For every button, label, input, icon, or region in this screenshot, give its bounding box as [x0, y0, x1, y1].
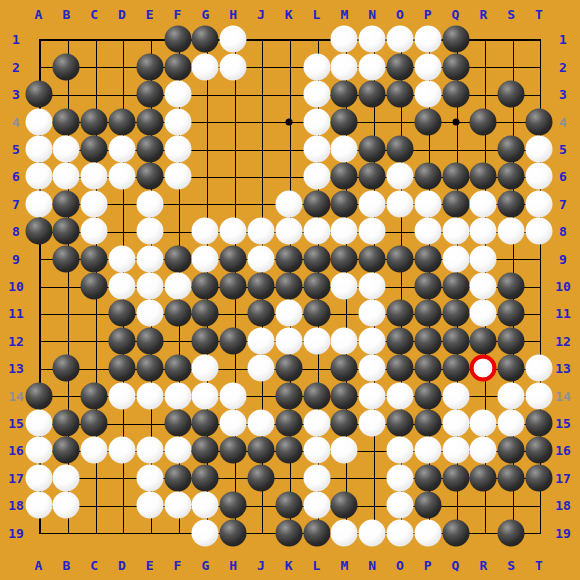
- black-stone-M6: [331, 163, 358, 190]
- row-label-right-11: 11: [555, 307, 571, 320]
- black-stone-S3: [498, 81, 525, 108]
- col-label-bottom-F: F: [174, 559, 182, 572]
- row-label-right-6: 6: [559, 170, 567, 183]
- white-stone-K12: [275, 327, 302, 354]
- col-label-top-C: C: [90, 8, 98, 21]
- black-stone-F2: [164, 53, 191, 80]
- row-label-left-15: 15: [8, 416, 24, 429]
- black-stone-N5: [359, 135, 386, 162]
- black-stone-M14: [331, 382, 358, 409]
- black-stone-T17: [525, 464, 552, 491]
- black-stone-D13: [108, 355, 135, 382]
- white-stone-N15: [359, 409, 386, 436]
- row-label-left-18: 18: [8, 499, 24, 512]
- row-label-left-14: 14: [8, 389, 24, 402]
- black-stone-E2: [136, 53, 163, 80]
- black-stone-O13: [386, 355, 413, 382]
- white-stone-H2: [220, 53, 247, 80]
- white-stone-H8: [220, 218, 247, 245]
- black-stone-K15: [275, 409, 302, 436]
- black-stone-Q2: [442, 53, 469, 80]
- white-stone-D16: [108, 437, 135, 464]
- white-stone-B18: [53, 492, 80, 519]
- black-stone-K16: [275, 437, 302, 464]
- black-stone-H10: [220, 272, 247, 299]
- row-label-right-5: 5: [559, 142, 567, 155]
- black-stone-A8: [25, 218, 52, 245]
- white-stone-L15: [303, 409, 330, 436]
- col-label-top-E: E: [146, 8, 154, 21]
- white-stone-K8: [275, 218, 302, 245]
- black-stone-B15: [53, 409, 80, 436]
- white-stone-J9: [247, 245, 274, 272]
- white-stone-O1: [386, 26, 413, 53]
- white-stone-P19: [414, 519, 441, 546]
- black-stone-O3: [386, 81, 413, 108]
- row-label-left-12: 12: [8, 334, 24, 347]
- white-stone-O14: [386, 382, 413, 409]
- white-stone-R9: [470, 245, 497, 272]
- white-stone-P3: [414, 81, 441, 108]
- white-stone-B17: [53, 464, 80, 491]
- black-stone-J16: [247, 437, 274, 464]
- white-stone-F10: [164, 272, 191, 299]
- white-stone-A4: [25, 108, 52, 135]
- black-stone-C9: [81, 245, 108, 272]
- black-stone-S6: [498, 163, 525, 190]
- black-stone-C4: [81, 108, 108, 135]
- row-label-left-9: 9: [12, 252, 20, 265]
- white-stone-M19: [331, 519, 358, 546]
- black-stone-C15: [81, 409, 108, 436]
- white-stone-N10: [359, 272, 386, 299]
- white-stone-H14: [220, 382, 247, 409]
- row-label-left-17: 17: [8, 471, 24, 484]
- col-label-bottom-T: T: [535, 559, 543, 572]
- black-stone-M9: [331, 245, 358, 272]
- white-stone-D10: [108, 272, 135, 299]
- row-label-right-17: 17: [555, 471, 571, 484]
- row-label-right-18: 18: [555, 499, 571, 512]
- white-stone-T8: [525, 218, 552, 245]
- star-point-Q4: [452, 118, 459, 125]
- black-stone-B8: [53, 218, 80, 245]
- col-label-top-G: G: [201, 8, 209, 21]
- row-label-right-15: 15: [555, 416, 571, 429]
- white-stone-M2: [331, 53, 358, 80]
- white-stone-N8: [359, 218, 386, 245]
- white-stone-T13: [525, 355, 552, 382]
- black-stone-L9: [303, 245, 330, 272]
- black-stone-J10: [247, 272, 274, 299]
- row-label-left-3: 3: [12, 88, 20, 101]
- col-label-top-O: O: [396, 8, 404, 21]
- black-stone-K9: [275, 245, 302, 272]
- black-stone-M13: [331, 355, 358, 382]
- white-stone-H15: [220, 409, 247, 436]
- black-stone-F9: [164, 245, 191, 272]
- white-stone-L8: [303, 218, 330, 245]
- black-stone-K18: [275, 492, 302, 519]
- black-stone-S5: [498, 135, 525, 162]
- black-stone-S11: [498, 300, 525, 327]
- white-stone-E17: [136, 464, 163, 491]
- black-stone-S19: [498, 519, 525, 546]
- white-stone-A15: [25, 409, 52, 436]
- white-stone-E16: [136, 437, 163, 464]
- white-stone-G19: [192, 519, 219, 546]
- white-stone-M16: [331, 437, 358, 464]
- row-label-left-19: 19: [8, 526, 24, 539]
- col-label-top-B: B: [62, 8, 70, 21]
- col-label-top-M: M: [340, 8, 348, 21]
- black-stone-O9: [386, 245, 413, 272]
- black-stone-L10: [303, 272, 330, 299]
- white-stone-E8: [136, 218, 163, 245]
- white-stone-K11: [275, 300, 302, 327]
- white-stone-A7: [25, 190, 52, 217]
- col-label-top-P: P: [424, 8, 432, 21]
- col-label-bottom-K: K: [285, 559, 293, 572]
- black-stone-C10: [81, 272, 108, 299]
- row-label-right-16: 16: [555, 444, 571, 457]
- white-stone-E7: [136, 190, 163, 217]
- col-label-top-J: J: [257, 8, 265, 21]
- white-stone-O19: [386, 519, 413, 546]
- col-label-top-F: F: [174, 8, 182, 21]
- black-stone-N6: [359, 163, 386, 190]
- row-label-left-7: 7: [12, 197, 20, 210]
- black-stone-L7: [303, 190, 330, 217]
- white-stone-K7: [275, 190, 302, 217]
- black-stone-A3: [25, 81, 52, 108]
- black-stone-S13: [498, 355, 525, 382]
- black-stone-K19: [275, 519, 302, 546]
- white-stone-C6: [81, 163, 108, 190]
- white-stone-Q15: [442, 409, 469, 436]
- black-stone-H9: [220, 245, 247, 272]
- black-stone-G17: [192, 464, 219, 491]
- col-label-bottom-P: P: [424, 559, 432, 572]
- white-stone-P2: [414, 53, 441, 80]
- black-stone-L11: [303, 300, 330, 327]
- row-label-right-1: 1: [559, 33, 567, 46]
- col-label-top-N: N: [368, 8, 376, 21]
- white-stone-D5: [108, 135, 135, 162]
- white-stone-D14: [108, 382, 135, 409]
- row-label-right-14: 14: [555, 389, 571, 402]
- white-stone-T7: [525, 190, 552, 217]
- black-stone-Q12: [442, 327, 469, 354]
- white-stone-F4: [164, 108, 191, 135]
- black-stone-G11: [192, 300, 219, 327]
- black-stone-F1: [164, 26, 191, 53]
- black-stone-J17: [247, 464, 274, 491]
- white-stone-J15: [247, 409, 274, 436]
- col-label-top-R: R: [479, 8, 487, 21]
- white-stone-S8: [498, 218, 525, 245]
- white-stone-L3: [303, 81, 330, 108]
- white-stone-A16: [25, 437, 52, 464]
- white-stone-G18: [192, 492, 219, 519]
- row-label-right-10: 10: [555, 279, 571, 292]
- white-stone-P8: [414, 218, 441, 245]
- black-stone-Q13: [442, 355, 469, 382]
- black-stone-N9: [359, 245, 386, 272]
- row-label-left-10: 10: [8, 279, 24, 292]
- black-stone-P18: [414, 492, 441, 519]
- col-label-top-L: L: [313, 8, 321, 21]
- row-label-left-11: 11: [8, 307, 24, 320]
- black-stone-C5: [81, 135, 108, 162]
- black-stone-O12: [386, 327, 413, 354]
- black-stone-F15: [164, 409, 191, 436]
- row-label-right-19: 19: [555, 526, 571, 539]
- white-stone-T5: [525, 135, 552, 162]
- white-stone-M8: [331, 218, 358, 245]
- white-stone-S14: [498, 382, 525, 409]
- black-stone-R4: [470, 108, 497, 135]
- white-stone-L4: [303, 108, 330, 135]
- white-stone-O16: [386, 437, 413, 464]
- black-stone-G16: [192, 437, 219, 464]
- row-label-left-4: 4: [12, 115, 20, 128]
- white-stone-E11: [136, 300, 163, 327]
- white-stone-A6: [25, 163, 52, 190]
- black-stone-T4: [525, 108, 552, 135]
- black-stone-L14: [303, 382, 330, 409]
- row-label-left-13: 13: [8, 362, 24, 375]
- col-label-top-T: T: [535, 8, 543, 21]
- white-stone-L17: [303, 464, 330, 491]
- black-stone-P11: [414, 300, 441, 327]
- white-stone-M10: [331, 272, 358, 299]
- white-stone-L2: [303, 53, 330, 80]
- white-stone-O6: [386, 163, 413, 190]
- col-label-bottom-M: M: [340, 559, 348, 572]
- black-stone-D4: [108, 108, 135, 135]
- row-label-right-3: 3: [559, 88, 567, 101]
- white-stone-N11: [359, 300, 386, 327]
- white-stone-C8: [81, 218, 108, 245]
- white-stone-P1: [414, 26, 441, 53]
- black-stone-R17: [470, 464, 497, 491]
- white-stone-R11: [470, 300, 497, 327]
- black-stone-H19: [220, 519, 247, 546]
- white-stone-D9: [108, 245, 135, 272]
- col-label-bottom-Q: Q: [452, 559, 460, 572]
- col-label-bottom-J: J: [257, 559, 265, 572]
- black-stone-F17: [164, 464, 191, 491]
- row-label-right-13: 13: [555, 362, 571, 375]
- col-label-top-Q: Q: [452, 8, 460, 21]
- white-stone-G14: [192, 382, 219, 409]
- black-stone-P12: [414, 327, 441, 354]
- white-stone-B5: [53, 135, 80, 162]
- white-stone-R7: [470, 190, 497, 217]
- white-stone-E18: [136, 492, 163, 519]
- row-label-right-2: 2: [559, 60, 567, 73]
- white-stone-F18: [164, 492, 191, 519]
- col-label-bottom-H: H: [229, 559, 237, 572]
- col-label-top-S: S: [507, 8, 515, 21]
- col-label-bottom-R: R: [479, 559, 487, 572]
- white-stone-F14: [164, 382, 191, 409]
- row-label-right-9: 9: [559, 252, 567, 265]
- black-stone-T16: [525, 437, 552, 464]
- black-stone-P10: [414, 272, 441, 299]
- black-stone-N3: [359, 81, 386, 108]
- white-stone-J8: [247, 218, 274, 245]
- row-label-left-8: 8: [12, 225, 20, 238]
- go-board[interactable]: ABCDEFGHJKLMNOPQRST ABCDEFGHJKLMNOPQRST …: [0, 0, 580, 580]
- black-stone-K10: [275, 272, 302, 299]
- white-stone-R15: [470, 409, 497, 436]
- black-stone-F11: [164, 300, 191, 327]
- black-stone-O2: [386, 53, 413, 80]
- black-stone-P9: [414, 245, 441, 272]
- white-stone-E14: [136, 382, 163, 409]
- white-stone-L5: [303, 135, 330, 162]
- black-stone-P13: [414, 355, 441, 382]
- black-stone-D11: [108, 300, 135, 327]
- black-stone-B13: [53, 355, 80, 382]
- black-stone-O5: [386, 135, 413, 162]
- white-stone-G2: [192, 53, 219, 80]
- white-stone-R10: [470, 272, 497, 299]
- white-stone-L6: [303, 163, 330, 190]
- black-stone-Q11: [442, 300, 469, 327]
- row-label-left-16: 16: [8, 444, 24, 457]
- col-label-bottom-C: C: [90, 559, 98, 572]
- last-move-stone-R13: [470, 355, 497, 382]
- white-stone-R16: [470, 437, 497, 464]
- black-stone-E3: [136, 81, 163, 108]
- white-stone-F5: [164, 135, 191, 162]
- white-stone-R8: [470, 218, 497, 245]
- white-stone-T6: [525, 163, 552, 190]
- black-stone-Q10: [442, 272, 469, 299]
- black-stone-P14: [414, 382, 441, 409]
- white-stone-A17: [25, 464, 52, 491]
- col-label-top-K: K: [285, 8, 293, 21]
- black-stone-G1: [192, 26, 219, 53]
- white-stone-O18: [386, 492, 413, 519]
- black-stone-B2: [53, 53, 80, 80]
- black-stone-G15: [192, 409, 219, 436]
- white-stone-Q16: [442, 437, 469, 464]
- black-stone-B9: [53, 245, 80, 272]
- white-stone-O7: [386, 190, 413, 217]
- white-stone-L16: [303, 437, 330, 464]
- white-stone-M12: [331, 327, 358, 354]
- black-stone-H16: [220, 437, 247, 464]
- white-stone-D6: [108, 163, 135, 190]
- black-stone-S10: [498, 272, 525, 299]
- black-stone-E13: [136, 355, 163, 382]
- white-stone-A18: [25, 492, 52, 519]
- row-label-right-4: 4: [559, 115, 567, 128]
- white-stone-A5: [25, 135, 52, 162]
- col-label-bottom-A: A: [35, 559, 43, 572]
- col-label-bottom-O: O: [396, 559, 404, 572]
- white-stone-Q14: [442, 382, 469, 409]
- black-stone-E6: [136, 163, 163, 190]
- black-stone-K13: [275, 355, 302, 382]
- star-point-K4: [285, 118, 292, 125]
- col-label-bottom-B: B: [62, 559, 70, 572]
- black-stone-Q3: [442, 81, 469, 108]
- black-stone-Q19: [442, 519, 469, 546]
- white-stone-P16: [414, 437, 441, 464]
- black-stone-R6: [470, 163, 497, 190]
- white-stone-E9: [136, 245, 163, 272]
- white-stone-S15: [498, 409, 525, 436]
- col-label-bottom-G: G: [201, 559, 209, 572]
- white-stone-N12: [359, 327, 386, 354]
- black-stone-J11: [247, 300, 274, 327]
- black-stone-P4: [414, 108, 441, 135]
- col-label-top-D: D: [118, 8, 126, 21]
- black-stone-C14: [81, 382, 108, 409]
- col-label-top-H: H: [229, 8, 237, 21]
- black-stone-R12: [470, 327, 497, 354]
- col-label-top-A: A: [35, 8, 43, 21]
- black-stone-Q7: [442, 190, 469, 217]
- black-stone-M18: [331, 492, 358, 519]
- black-stone-B4: [53, 108, 80, 135]
- black-stone-B7: [53, 190, 80, 217]
- white-stone-N7: [359, 190, 386, 217]
- black-stone-E12: [136, 327, 163, 354]
- white-stone-T14: [525, 382, 552, 409]
- row-label-left-1: 1: [12, 33, 20, 46]
- row-label-right-8: 8: [559, 225, 567, 238]
- col-label-bottom-E: E: [146, 559, 154, 572]
- row-label-left-5: 5: [12, 142, 20, 155]
- white-stone-C16: [81, 437, 108, 464]
- white-stone-J12: [247, 327, 274, 354]
- white-stone-N13: [359, 355, 386, 382]
- black-stone-Q17: [442, 464, 469, 491]
- black-stone-A14: [25, 382, 52, 409]
- black-stone-S7: [498, 190, 525, 217]
- white-stone-N1: [359, 26, 386, 53]
- black-stone-H12: [220, 327, 247, 354]
- black-stone-Q1: [442, 26, 469, 53]
- black-stone-F13: [164, 355, 191, 382]
- white-stone-C7: [81, 190, 108, 217]
- black-stone-K14: [275, 382, 302, 409]
- row-label-right-12: 12: [555, 334, 571, 347]
- white-stone-Q8: [442, 218, 469, 245]
- white-stone-B6: [53, 163, 80, 190]
- white-stone-P7: [414, 190, 441, 217]
- row-label-left-6: 6: [12, 170, 20, 183]
- black-stone-O11: [386, 300, 413, 327]
- row-label-left-2: 2: [12, 60, 20, 73]
- black-stone-S16: [498, 437, 525, 464]
- white-stone-G13: [192, 355, 219, 382]
- black-stone-E5: [136, 135, 163, 162]
- white-stone-J13: [247, 355, 274, 382]
- black-stone-L19: [303, 519, 330, 546]
- white-stone-N14: [359, 382, 386, 409]
- white-stone-F3: [164, 81, 191, 108]
- white-stone-E10: [136, 272, 163, 299]
- white-stone-M5: [331, 135, 358, 162]
- black-stone-S17: [498, 464, 525, 491]
